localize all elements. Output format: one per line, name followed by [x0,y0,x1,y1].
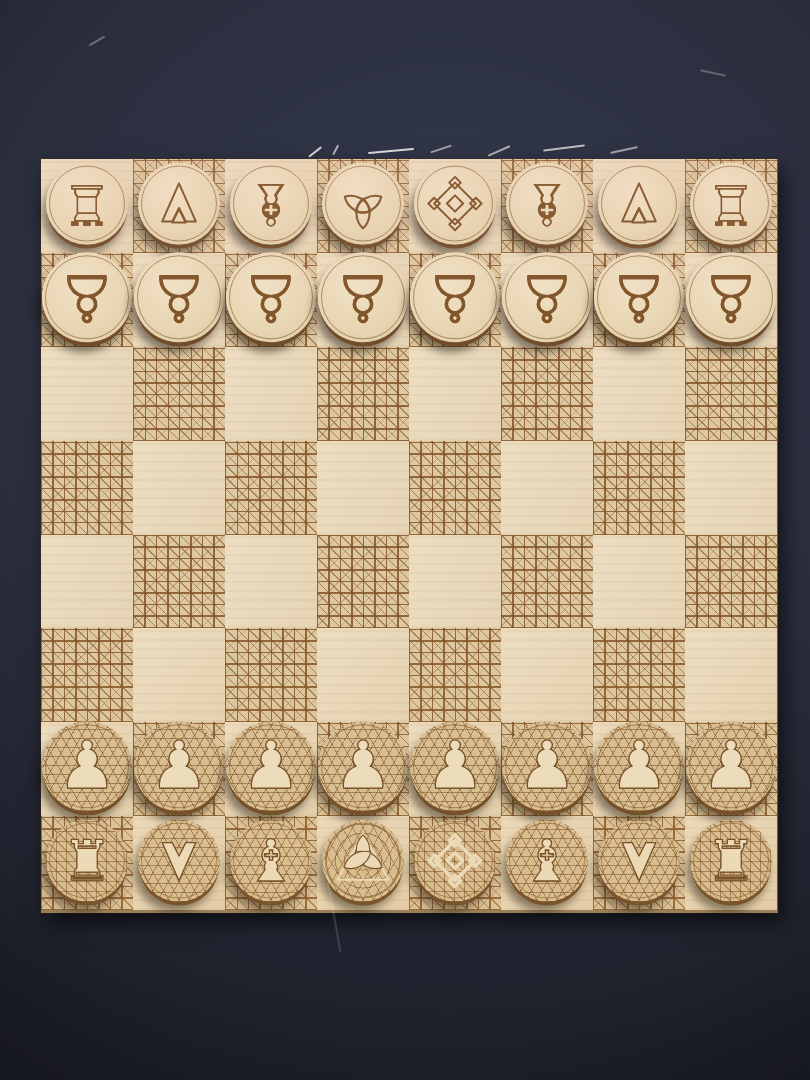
dust-fiber [89,36,105,46]
piece-black-queen-d8[interactable] [322,162,404,244]
square-g6[interactable] [593,347,685,441]
square-e8[interactable] [409,159,501,253]
queen-triquetra-icon [322,820,404,902]
square-g8[interactable] [593,159,685,253]
bishop-mitre-icon: ♝ [506,820,588,902]
pawn-pawn-icon: ♟ [686,721,776,811]
square-b2[interactable]: ♟ [133,722,225,816]
knight-chevron-icon [598,820,680,902]
piece-white-bishop-c1[interactable]: ♝ [230,820,312,902]
pawn-pawn-icon: ♟ [134,721,224,811]
piece-black-pawn-g7[interactable]: ♙ [594,252,684,342]
square-h1[interactable]: ♜ [685,816,777,910]
knight-chevron-icon [138,820,220,902]
square-c2[interactable]: ♟ [225,722,317,816]
pawn-pawn-icon: ♟ [410,721,500,811]
piece-black-rook-a8[interactable]: ♖ [46,162,128,244]
pawn-pawn-icon: ♟ [318,721,408,811]
pawn-pawn-icon: ♙ [318,252,408,342]
square-h3[interactable] [685,628,777,722]
piece-black-knight-b8[interactable] [138,162,220,244]
square-a6[interactable] [41,347,133,441]
square-c8[interactable]: ♗ [225,159,317,253]
square-f8[interactable]: ♗ [501,159,593,253]
pawn-pawn-icon: ♙ [686,252,776,342]
square-f1[interactable]: ♝ [501,816,593,910]
dust-fiber [368,148,414,154]
square-d2[interactable]: ♟ [317,722,409,816]
square-e4[interactable] [409,535,501,629]
pawn-pawn-icon: ♟ [594,721,684,811]
pawn-pawn-icon: ♙ [42,252,132,342]
piece-black-knight-g8[interactable] [598,162,680,244]
square-a8[interactable]: ♖ [41,159,133,253]
piece-white-pawn-d2[interactable]: ♟ [318,721,408,811]
square-g7[interactable]: ♙ [593,253,685,347]
square-c3[interactable] [225,628,317,722]
pawn-pawn-icon: ♟ [502,721,592,811]
piece-black-pawn-e7[interactable]: ♙ [410,252,500,342]
pawn-pawn-icon: ♙ [594,252,684,342]
piece-white-rook-a1[interactable]: ♜ [46,820,128,902]
rook-tower-icon: ♜ [46,820,128,902]
square-e1[interactable] [409,816,501,910]
square-f6[interactable] [501,347,593,441]
rook-tower-icon: ♜ [690,820,772,902]
backdrop: ♖ ♗ ♗ ♖♙♙♙♙♙♙♙♙♟♟♟♟♟♟ [0,0,810,1080]
square-f5[interactable] [501,441,593,535]
square-c6[interactable] [225,347,317,441]
piece-black-pawn-b7[interactable]: ♙ [134,252,224,342]
piece-black-pawn-c7[interactable]: ♙ [226,252,316,342]
dust-fiber [543,144,585,151]
square-e6[interactable] [409,347,501,441]
piece-white-king-e1[interactable] [414,820,496,902]
dust-fiber [488,145,511,156]
pawn-pawn-icon: ♙ [410,252,500,342]
square-c4[interactable] [225,535,317,629]
piece-black-pawn-d7[interactable]: ♙ [318,252,408,342]
piece-white-pawn-h2[interactable]: ♟ [686,721,776,811]
square-h5[interactable] [685,441,777,535]
dust-fiber [610,146,638,153]
king-celtic-knot-icon [414,162,496,244]
square-a2[interactable]: ♟ [41,722,133,816]
piece-black-pawn-f7[interactable]: ♙ [502,252,592,342]
piece-white-pawn-g2[interactable]: ♟ [594,721,684,811]
piece-white-knight-g1[interactable] [598,820,680,902]
square-g4[interactable] [593,535,685,629]
square-d6[interactable] [317,347,409,441]
square-h6[interactable] [685,347,777,441]
square-b5[interactable] [133,441,225,535]
dust-fiber [700,69,726,76]
bishop-mitre-icon: ♗ [230,162,312,244]
piece-white-rook-h1[interactable]: ♜ [690,820,772,902]
piece-black-rook-h8[interactable]: ♖ [690,162,772,244]
bishop-mitre-icon: ♗ [506,162,588,244]
piece-white-pawn-e2[interactable]: ♟ [410,721,500,811]
square-d8[interactable] [317,159,409,253]
square-g1[interactable] [593,816,685,910]
square-d7[interactable]: ♙ [317,253,409,347]
bishop-mitre-icon: ♝ [230,820,312,902]
pawn-pawn-icon: ♙ [502,252,592,342]
square-b7[interactable]: ♙ [133,253,225,347]
pawn-pawn-icon: ♟ [226,721,316,811]
square-g2[interactable]: ♟ [593,722,685,816]
piece-white-pawn-c2[interactable]: ♟ [226,721,316,811]
queen-triquetra-icon [322,162,404,244]
piece-white-knight-b1[interactable] [138,820,220,902]
square-h2[interactable]: ♟ [685,722,777,816]
square-b4[interactable] [133,535,225,629]
pawn-pawn-icon: ♟ [42,721,132,811]
chess-board: ♖ ♗ ♗ ♖♙♙♙♙♙♙♙♙♟♟♟♟♟♟ [41,159,778,913]
square-a1[interactable]: ♜ [41,816,133,910]
square-a7[interactable]: ♙ [41,253,133,347]
rook-tower-icon: ♖ [46,162,128,244]
square-a3[interactable] [41,628,133,722]
piece-black-pawn-a7[interactable]: ♙ [42,252,132,342]
square-e7[interactable]: ♙ [409,253,501,347]
dust-fiber [430,145,451,153]
square-f2[interactable]: ♟ [501,722,593,816]
square-b8[interactable] [133,159,225,253]
square-c7[interactable]: ♙ [225,253,317,347]
square-h7[interactable]: ♙ [685,253,777,347]
piece-white-pawn-a2[interactable]: ♟ [42,721,132,811]
square-a4[interactable] [41,535,133,629]
square-e5[interactable] [409,441,501,535]
square-b6[interactable] [133,347,225,441]
king-celtic-knot-icon [414,820,496,902]
square-c5[interactable] [225,441,317,535]
square-b1[interactable] [133,816,225,910]
square-f4[interactable] [501,535,593,629]
pawn-pawn-icon: ♙ [134,252,224,342]
square-e3[interactable] [409,628,501,722]
square-f3[interactable] [501,628,593,722]
piece-white-pawn-b2[interactable]: ♟ [134,721,224,811]
piece-white-pawn-f2[interactable]: ♟ [502,721,592,811]
square-b3[interactable] [133,628,225,722]
square-d5[interactable] [317,441,409,535]
knight-chevron-icon [598,162,680,244]
square-g3[interactable] [593,628,685,722]
square-c1[interactable]: ♝ [225,816,317,910]
dust-fiber [308,146,322,157]
piece-black-bishop-c8[interactable]: ♗ [230,162,312,244]
square-d4[interactable] [317,535,409,629]
square-f7[interactable]: ♙ [501,253,593,347]
dust-fiber [332,145,339,155]
rook-tower-icon: ♖ [690,162,772,244]
square-a5[interactable] [41,441,133,535]
square-h8[interactable]: ♖ [685,159,777,253]
knight-chevron-icon [138,162,220,244]
piece-black-bishop-f8[interactable]: ♗ [506,162,588,244]
piece-white-bishop-f1[interactable]: ♝ [506,820,588,902]
piece-black-king-e8[interactable] [414,162,496,244]
square-h4[interactable] [685,535,777,629]
pawn-pawn-icon: ♙ [226,252,316,342]
square-d3[interactable] [317,628,409,722]
piece-white-queen-d1[interactable] [322,820,404,902]
square-g5[interactable] [593,441,685,535]
square-e2[interactable]: ♟ [409,722,501,816]
piece-black-pawn-h7[interactable]: ♙ [686,252,776,342]
